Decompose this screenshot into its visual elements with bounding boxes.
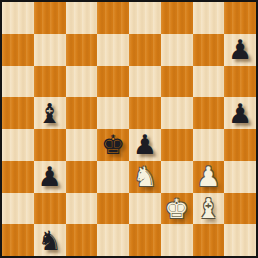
chess-board: ♟♝♟♚♟♟♞♟♚♝♞: [0, 0, 258, 258]
square-d4[interactable]: ♚: [97, 129, 129, 161]
square-c3[interactable]: [66, 161, 98, 193]
square-c1[interactable]: [66, 224, 98, 256]
square-d7[interactable]: [97, 34, 129, 66]
square-g8[interactable]: [193, 2, 225, 34]
square-d6[interactable]: [97, 66, 129, 98]
square-g2[interactable]: ♝: [193, 193, 225, 225]
square-h5[interactable]: ♟: [224, 97, 256, 129]
square-b7[interactable]: [34, 34, 66, 66]
square-c5[interactable]: [66, 97, 98, 129]
square-b8[interactable]: [34, 2, 66, 34]
square-a4[interactable]: [2, 129, 34, 161]
square-b6[interactable]: [34, 66, 66, 98]
square-g5[interactable]: [193, 97, 225, 129]
black-pawn[interactable]: ♟: [133, 131, 157, 158]
square-a8[interactable]: [2, 2, 34, 34]
square-e6[interactable]: [129, 66, 161, 98]
square-b4[interactable]: [34, 129, 66, 161]
square-g6[interactable]: [193, 66, 225, 98]
square-h2[interactable]: [224, 193, 256, 225]
square-h8[interactable]: [224, 2, 256, 34]
square-a6[interactable]: [2, 66, 34, 98]
white-king[interactable]: ♚: [165, 195, 189, 222]
square-e4[interactable]: ♟: [129, 129, 161, 161]
square-f3[interactable]: [161, 161, 193, 193]
square-a2[interactable]: [2, 193, 34, 225]
white-pawn[interactable]: ♟: [196, 163, 220, 190]
square-d8[interactable]: [97, 2, 129, 34]
square-b5[interactable]: ♝: [34, 97, 66, 129]
square-f1[interactable]: [161, 224, 193, 256]
square-c2[interactable]: [66, 193, 98, 225]
square-e2[interactable]: [129, 193, 161, 225]
square-a1[interactable]: [2, 224, 34, 256]
white-knight[interactable]: ♞: [133, 163, 157, 190]
square-f7[interactable]: [161, 34, 193, 66]
square-c8[interactable]: [66, 2, 98, 34]
square-f6[interactable]: [161, 66, 193, 98]
square-g4[interactable]: [193, 129, 225, 161]
square-f5[interactable]: [161, 97, 193, 129]
square-g1[interactable]: [193, 224, 225, 256]
square-c7[interactable]: [66, 34, 98, 66]
square-b2[interactable]: [34, 193, 66, 225]
square-d2[interactable]: [97, 193, 129, 225]
square-e7[interactable]: [129, 34, 161, 66]
square-h6[interactable]: [224, 66, 256, 98]
square-g3[interactable]: ♟: [193, 161, 225, 193]
square-h1[interactable]: [224, 224, 256, 256]
square-f2[interactable]: ♚: [161, 193, 193, 225]
square-d5[interactable]: [97, 97, 129, 129]
square-d3[interactable]: [97, 161, 129, 193]
black-knight[interactable]: ♞: [38, 227, 62, 254]
square-a7[interactable]: [2, 34, 34, 66]
square-g7[interactable]: [193, 34, 225, 66]
square-h4[interactable]: [224, 129, 256, 161]
square-a3[interactable]: [2, 161, 34, 193]
square-a5[interactable]: [2, 97, 34, 129]
square-b1[interactable]: ♞: [34, 224, 66, 256]
square-f8[interactable]: [161, 2, 193, 34]
square-b3[interactable]: ♟: [34, 161, 66, 193]
black-pawn[interactable]: ♟: [228, 36, 252, 63]
black-king[interactable]: ♚: [101, 131, 125, 158]
square-c4[interactable]: [66, 129, 98, 161]
black-pawn[interactable]: ♟: [38, 163, 62, 190]
square-e1[interactable]: [129, 224, 161, 256]
square-f4[interactable]: [161, 129, 193, 161]
black-bishop[interactable]: ♝: [38, 100, 62, 127]
square-c6[interactable]: [66, 66, 98, 98]
square-e8[interactable]: [129, 2, 161, 34]
square-d1[interactable]: [97, 224, 129, 256]
black-pawn[interactable]: ♟: [228, 100, 252, 127]
square-h7[interactable]: ♟: [224, 34, 256, 66]
square-h3[interactable]: [224, 161, 256, 193]
square-e5[interactable]: [129, 97, 161, 129]
square-e3[interactable]: ♞: [129, 161, 161, 193]
white-bishop[interactable]: ♝: [196, 195, 220, 222]
